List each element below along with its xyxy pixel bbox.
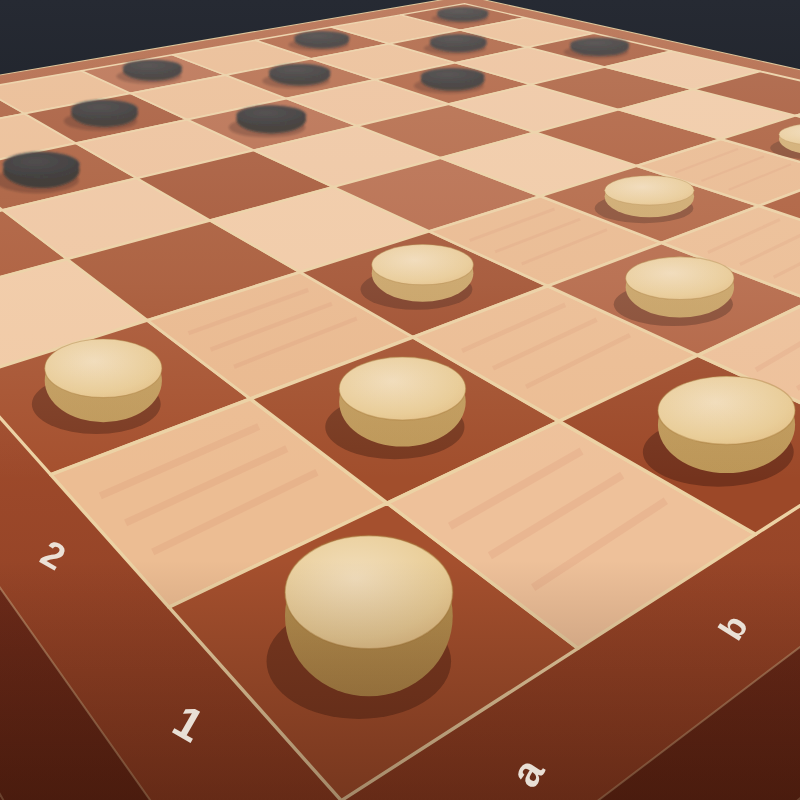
piece-top [430, 35, 487, 47]
piece-top [339, 357, 466, 420]
piece-top [570, 38, 629, 51]
piece-top [285, 536, 453, 649]
piece-top [658, 376, 795, 444]
piece-top [626, 257, 734, 300]
piece-dark-b6[interactable] [0, 152, 80, 193]
piece-top [3, 152, 80, 177]
checkers-board-scene: 12ab [0, 0, 800, 800]
piece-dark-f8[interactable] [288, 31, 349, 50]
piece-top [437, 7, 488, 17]
piece-top [294, 31, 349, 43]
piece-top [123, 60, 182, 75]
piece-top [71, 100, 138, 119]
piece-top [605, 176, 695, 205]
piece-top [372, 245, 474, 285]
board-photo: 12ab [0, 0, 800, 800]
piece-top [269, 64, 330, 79]
piece-dark-g7[interactable] [424, 35, 487, 55]
piece-top [421, 68, 485, 84]
piece-top [236, 105, 306, 125]
piece-top [45, 339, 162, 398]
piece-dark-h6[interactable] [564, 38, 629, 59]
piece-dark-h8[interactable] [432, 7, 489, 23]
